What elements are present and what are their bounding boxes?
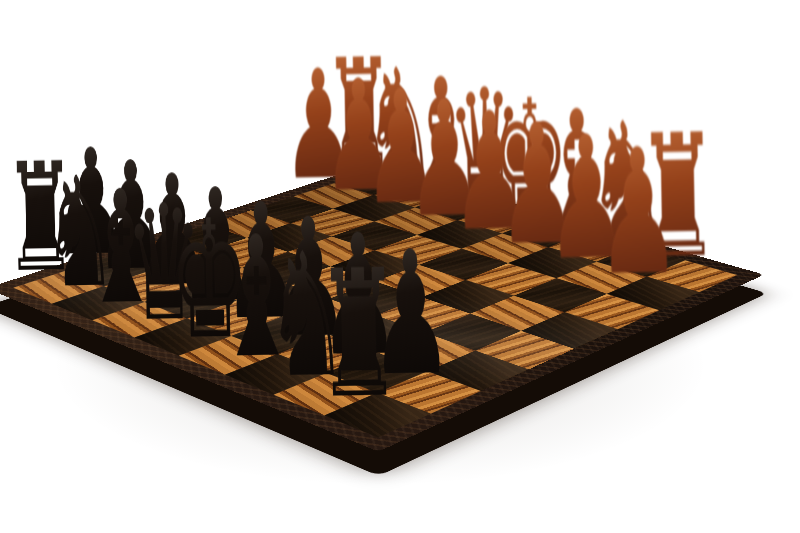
board-tilt-wrapper: ♜♞♝♛♚♝♞♜♟♟♟♟♟♟♟♟♟♟♟♟♟♟♟♟♜♞♝♛♚♝♞♜ [0, 0, 800, 533]
black-rook[interactable]: ♜ [315, 247, 403, 424]
white-pawn[interactable]: ♟ [595, 125, 682, 299]
board-grid: ♜♞♝♛♚♝♞♜♟♟♟♟♟♟♟♟♟♟♟♟♟♟♟♟♜♞♝♛♚♝♞♜ [13, 170, 737, 437]
board-frame: ♜♞♝♛♚♝♞♜♟♟♟♟♟♟♟♟♟♟♟♟♟♟♟♟♜♞♝♛♚♝♞♜ [0, 163, 764, 451]
product-photo-scene: ♜♞♝♛♚♝♞♜♟♟♟♟♟♟♟♟♟♟♟♟♟♟♟♟♜♞♝♛♚♝♞♜ [0, 0, 800, 533]
chess-board: ♜♞♝♛♚♝♞♜♟♟♟♟♟♟♟♟♟♟♟♟♟♟♟♟♜♞♝♛♚♝♞♜ [0, 163, 764, 451]
